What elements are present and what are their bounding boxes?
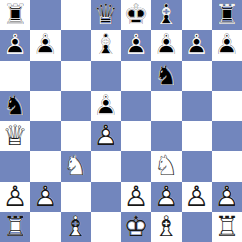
piece-black-rook[interactable]: ♜♖ [212,0,242,30]
square-a6[interactable] [0,61,30,91]
square-f6[interactable]: ♞♘ [151,61,181,91]
square-g7[interactable]: ♟♙ [182,30,212,60]
piece-black-pawn[interactable]: ♟♙ [0,30,30,60]
piece-glyph-fill: ♟ [151,30,181,60]
square-a2[interactable]: ♟♙ [0,182,30,212]
piece-glyph-outline: ♘ [0,91,30,121]
piece-glyph-outline: ♙ [212,182,242,212]
piece-black-knight[interactable]: ♞♘ [151,61,181,91]
square-f7[interactable]: ♟♙ [151,30,181,60]
piece-glyph-fill: ♞ [151,151,181,181]
piece-white-pawn[interactable]: ♟♙ [212,182,242,212]
square-f4[interactable] [151,121,181,151]
square-h7[interactable]: ♟♙ [212,30,242,60]
piece-glyph-fill: ♞ [61,151,91,181]
piece-glyph-outline: ♙ [30,30,60,60]
square-h5[interactable] [212,91,242,121]
piece-glyph-outline: ♖ [212,212,242,242]
piece-glyph-fill: ♚ [121,0,151,30]
square-g3[interactable] [182,151,212,181]
square-h2[interactable]: ♟♙ [212,182,242,212]
piece-black-pawn[interactable]: ♟♙ [182,30,212,60]
piece-black-queen[interactable]: ♛♕ [91,0,121,30]
piece-glyph-outline: ♖ [0,212,30,242]
piece-glyph-outline: ♙ [182,30,212,60]
piece-glyph-fill: ♟ [30,182,60,212]
piece-white-queen[interactable]: ♛♕ [0,121,30,151]
square-c5[interactable] [61,91,91,121]
square-d8[interactable]: ♛♕ [91,0,121,30]
piece-glyph-outline: ♙ [212,30,242,60]
piece-glyph-fill: ♝ [151,0,181,30]
square-e4[interactable] [121,121,151,151]
piece-glyph-outline: ♗ [91,30,121,60]
piece-white-pawn[interactable]: ♟♙ [91,121,121,151]
piece-black-knight[interactable]: ♞♘ [0,91,30,121]
square-b8[interactable] [30,0,60,30]
piece-glyph-fill: ♟ [212,30,242,60]
piece-glyph-outline: ♕ [91,0,121,30]
piece-black-pawn[interactable]: ♟♙ [151,30,181,60]
piece-glyph-outline: ♖ [212,0,242,30]
square-h1[interactable]: ♜♖ [212,212,242,242]
piece-glyph-outline: ♖ [0,0,30,30]
square-a1[interactable]: ♜♖ [0,212,30,242]
piece-black-pawn[interactable]: ♟♙ [212,30,242,60]
piece-white-pawn[interactable]: ♟♙ [121,182,151,212]
piece-glyph-fill: ♜ [212,212,242,242]
piece-glyph-outline: ♙ [30,182,60,212]
square-b4[interactable] [30,121,60,151]
piece-white-pawn[interactable]: ♟♙ [151,182,181,212]
square-d1[interactable] [91,212,121,242]
square-c4[interactable] [61,121,91,151]
piece-glyph-outline: ♙ [121,182,151,212]
piece-glyph-outline: ♙ [182,182,212,212]
chess-board: ♜♖♛♕♚♔♝♗♜♖♟♙♟♙♝♗♟♙♟♙♟♙♟♙♞♘♞♘♟♙♛♕♟♙♞♘♞♘♟♙… [0,0,242,242]
square-a8[interactable]: ♜♖ [0,0,30,30]
square-c1[interactable]: ♝♗ [61,212,91,242]
piece-glyph-outline: ♙ [0,182,30,212]
square-e1[interactable]: ♚♔ [121,212,151,242]
square-b6[interactable] [30,61,60,91]
piece-glyph-outline: ♔ [121,0,151,30]
piece-white-bishop[interactable]: ♝♗ [61,212,91,242]
square-e5[interactable] [121,91,151,121]
piece-glyph-fill: ♟ [0,182,30,212]
square-d2[interactable] [91,182,121,212]
square-h4[interactable] [212,121,242,151]
piece-glyph-outline: ♙ [0,30,30,60]
square-b1[interactable] [30,212,60,242]
square-e8[interactable]: ♚♔ [121,0,151,30]
piece-glyph-outline: ♙ [91,121,121,151]
square-g6[interactable] [182,61,212,91]
square-f1[interactable]: ♝♗ [151,212,181,242]
square-g4[interactable] [182,121,212,151]
square-f8[interactable]: ♝♗ [151,0,181,30]
piece-glyph-fill: ♜ [0,0,30,30]
piece-glyph-fill: ♚ [121,212,151,242]
square-a4[interactable]: ♛♕ [0,121,30,151]
square-e3[interactable] [121,151,151,181]
square-h6[interactable] [212,61,242,91]
square-g5[interactable] [182,91,212,121]
square-a5[interactable]: ♞♘ [0,91,30,121]
piece-glyph-fill: ♞ [151,61,181,91]
piece-glyph-fill: ♜ [0,212,30,242]
square-d4[interactable]: ♟♙ [91,121,121,151]
piece-glyph-fill: ♞ [0,91,30,121]
piece-glyph-outline: ♘ [151,61,181,91]
piece-white-knight[interactable]: ♞♘ [151,151,181,181]
piece-glyph-fill: ♟ [182,30,212,60]
piece-white-rook[interactable]: ♜♖ [212,212,242,242]
piece-glyph-fill: ♛ [0,121,30,151]
piece-glyph-fill: ♟ [30,30,60,60]
piece-glyph-outline: ♙ [121,30,151,60]
piece-glyph-fill: ♜ [212,0,242,30]
piece-glyph-fill: ♟ [121,30,151,60]
square-d6[interactable] [91,61,121,91]
piece-glyph-fill: ♟ [212,182,242,212]
piece-glyph-fill: ♝ [61,212,91,242]
piece-white-pawn[interactable]: ♟♙ [0,182,30,212]
piece-black-pawn[interactable]: ♟♙ [121,30,151,60]
square-h8[interactable]: ♜♖ [212,0,242,30]
piece-glyph-fill: ♝ [151,212,181,242]
square-e6[interactable] [121,61,151,91]
square-b5[interactable] [30,91,60,121]
piece-glyph-outline: ♘ [151,151,181,181]
piece-black-bishop[interactable]: ♝♗ [151,0,181,30]
piece-glyph-fill: ♝ [91,30,121,60]
piece-white-rook[interactable]: ♜♖ [0,212,30,242]
square-c7[interactable] [61,30,91,60]
square-c3[interactable]: ♞♘ [61,151,91,181]
piece-glyph-fill: ♛ [91,0,121,30]
square-e7[interactable]: ♟♙ [121,30,151,60]
piece-glyph-outline: ♘ [61,151,91,181]
piece-glyph-fill: ♟ [91,91,121,121]
piece-white-knight[interactable]: ♞♘ [61,151,91,181]
square-b2[interactable]: ♟♙ [30,182,60,212]
piece-black-bishop[interactable]: ♝♗ [91,30,121,60]
square-c6[interactable] [61,61,91,91]
square-c2[interactable] [61,182,91,212]
piece-glyph-fill: ♟ [151,182,181,212]
piece-glyph-outline: ♙ [151,30,181,60]
piece-glyph-outline: ♙ [91,91,121,121]
square-d7[interactable]: ♝♗ [91,30,121,60]
square-b7[interactable]: ♟♙ [30,30,60,60]
piece-white-king[interactable]: ♚♔ [121,212,151,242]
square-h3[interactable] [212,151,242,181]
piece-glyph-outline: ♔ [121,212,151,242]
piece-glyph-outline: ♙ [151,182,181,212]
piece-black-pawn[interactable]: ♟♙ [91,91,121,121]
piece-black-king[interactable]: ♚♔ [121,0,151,30]
piece-glyph-outline: ♗ [151,0,181,30]
square-c8[interactable] [61,0,91,30]
piece-glyph-outline: ♗ [151,212,181,242]
square-b3[interactable] [30,151,60,181]
square-d5[interactable]: ♟♙ [91,91,121,121]
square-f2[interactable]: ♟♙ [151,182,181,212]
piece-glyph-fill: ♟ [91,121,121,151]
piece-black-rook[interactable]: ♜♖ [0,0,30,30]
square-g2[interactable]: ♟♙ [182,182,212,212]
piece-glyph-fill: ♟ [121,182,151,212]
square-f5[interactable] [151,91,181,121]
square-g8[interactable] [182,0,212,30]
piece-glyph-outline: ♗ [61,212,91,242]
piece-glyph-fill: ♟ [182,182,212,212]
square-a3[interactable] [0,151,30,181]
piece-glyph-fill: ♟ [0,30,30,60]
square-e2[interactable]: ♟♙ [121,182,151,212]
square-f3[interactable]: ♞♘ [151,151,181,181]
square-g1[interactable] [182,212,212,242]
square-a7[interactable]: ♟♙ [0,30,30,60]
piece-white-pawn[interactable]: ♟♙ [182,182,212,212]
piece-black-pawn[interactable]: ♟♙ [30,30,60,60]
piece-white-bishop[interactable]: ♝♗ [151,212,181,242]
square-d3[interactable] [91,151,121,181]
piece-white-pawn[interactable]: ♟♙ [30,182,60,212]
piece-glyph-outline: ♕ [0,121,30,151]
